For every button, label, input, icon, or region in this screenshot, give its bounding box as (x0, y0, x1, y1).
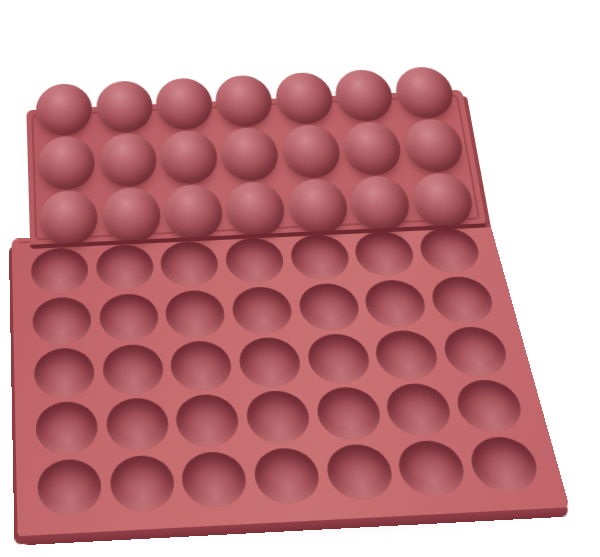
cavity (439, 326, 511, 378)
cavity-cell (28, 293, 97, 348)
dome-cell (98, 186, 164, 245)
dome-cell (93, 80, 156, 135)
dome (279, 124, 342, 180)
cavity-mold-wrapper (14, 214, 526, 514)
dome-cell (398, 117, 468, 174)
cavity-cell (239, 387, 318, 447)
photo-scene (0, 0, 600, 557)
cavity (295, 282, 362, 332)
cavity (244, 390, 313, 445)
cavity-cell (318, 440, 401, 504)
dome (219, 126, 281, 182)
cavity (95, 244, 155, 291)
cavity-cell (170, 391, 247, 451)
dome-cell (37, 189, 102, 248)
dome (392, 66, 456, 120)
cavity-grid (27, 225, 548, 519)
cavity-cell (423, 273, 502, 327)
dome-cell (407, 171, 479, 230)
dome (333, 69, 396, 123)
cavity (394, 439, 469, 497)
cavity-cell (94, 290, 165, 344)
cavity-cell (219, 235, 291, 287)
cavity-cell (175, 448, 254, 512)
cavity-cell (232, 334, 308, 391)
dome-cell (390, 66, 459, 121)
dome (36, 83, 94, 137)
dome-cell (212, 74, 277, 129)
dome (273, 72, 335, 126)
cavity-cell (104, 451, 181, 515)
cavity (236, 336, 303, 388)
cavity (223, 237, 286, 284)
dome-cell (217, 126, 284, 183)
dome (409, 172, 476, 230)
cavity-cell (367, 327, 447, 384)
cavity-mold (12, 214, 571, 539)
cavity (32, 296, 92, 346)
cavity (37, 458, 103, 517)
dome (340, 121, 405, 177)
cavity (465, 435, 542, 493)
dome-cell (35, 135, 98, 192)
cavity (230, 285, 295, 335)
dome (214, 75, 275, 129)
cavity-cell (30, 344, 101, 401)
cavity-cell (300, 330, 378, 387)
dome-cell (156, 129, 222, 186)
cavity (35, 401, 99, 457)
cavity-cell (357, 276, 435, 330)
dome-cell (96, 132, 160, 189)
dome (401, 118, 467, 174)
cavity (159, 240, 221, 287)
dome (286, 177, 351, 235)
cavity (109, 454, 177, 513)
cavity (169, 340, 235, 392)
dome-grid (33, 66, 478, 248)
dome (95, 80, 154, 134)
dome-cell (277, 123, 345, 180)
cavity-cell (283, 232, 357, 284)
cavity (105, 397, 171, 452)
dome (37, 135, 96, 191)
dome-cell (33, 83, 95, 138)
dome (224, 180, 288, 238)
cavity (174, 393, 242, 448)
cavity-cell (33, 455, 108, 519)
dome-cell (331, 69, 399, 124)
dome (158, 129, 219, 185)
cavity (372, 329, 443, 381)
cavity (180, 450, 250, 508)
dome (39, 189, 99, 247)
cavity (164, 289, 228, 339)
cavity-cell (155, 238, 225, 290)
dome-mold (26, 90, 486, 246)
dome-mold-wrapper (28, 98, 474, 234)
dome (347, 174, 413, 232)
cavity (323, 443, 396, 501)
cavity (251, 447, 323, 505)
cavity (287, 234, 352, 281)
cavity-cell (434, 323, 516, 380)
cavity-cell (160, 286, 232, 340)
cavity (383, 383, 456, 438)
dome (98, 132, 158, 188)
cavity (351, 230, 417, 277)
cavity-cell (447, 376, 532, 436)
cavity-cell (31, 398, 104, 459)
cavity (361, 278, 429, 328)
cavity (98, 292, 160, 342)
cavity-cell (27, 245, 94, 297)
cavity-cell (100, 395, 175, 456)
dome (101, 186, 162, 244)
cavity-cell (347, 228, 422, 279)
dome-cell (283, 177, 352, 236)
dome-cell (222, 180, 290, 239)
cavity-cell (308, 384, 389, 444)
cavity-cell (97, 341, 170, 398)
cavity-cell (225, 283, 299, 337)
dome-cell (338, 120, 407, 177)
dome-cell (271, 71, 338, 126)
dome-cell (160, 183, 227, 242)
cavity (101, 343, 165, 396)
cavity (34, 347, 96, 400)
cavity-cell (378, 380, 461, 440)
cavity-cell (291, 280, 367, 334)
cavity (427, 275, 497, 324)
cavity (452, 379, 527, 434)
cavity-cell (247, 444, 328, 508)
cavity-cell (460, 433, 547, 496)
cavity-cell (91, 242, 160, 294)
cavity (31, 247, 90, 295)
dome (155, 77, 215, 131)
dome-cell (152, 77, 216, 132)
cavity (313, 386, 384, 441)
dome (162, 183, 224, 241)
cavity (304, 333, 373, 385)
dome-cell (345, 174, 415, 233)
cavity-cell (165, 337, 240, 394)
